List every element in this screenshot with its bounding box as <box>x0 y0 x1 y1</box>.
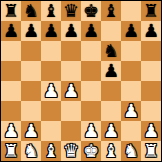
square-e5[interactable] <box>81 61 101 81</box>
square-b8[interactable]: ♞ <box>21 1 41 21</box>
white-pawn[interactable]: ♟ <box>63 81 79 101</box>
chess-board: ♜♞♝♛♚♝♜♟♟♟♟♟♟♟♞♟♟♟♟♟♟♟♟♟♜♞♝♛♚♝♞♜ <box>0 0 162 162</box>
square-b6[interactable] <box>21 41 41 61</box>
white-knight[interactable]: ♞ <box>123 141 139 161</box>
square-b4[interactable] <box>21 81 41 101</box>
square-c8[interactable]: ♝ <box>41 1 61 21</box>
square-a5[interactable] <box>1 61 21 81</box>
square-e1[interactable]: ♚ <box>81 141 101 161</box>
square-a8[interactable]: ♜ <box>1 1 21 21</box>
square-d7[interactable]: ♟ <box>61 21 81 41</box>
square-g4[interactable] <box>121 81 141 101</box>
square-e2[interactable]: ♟ <box>81 121 101 141</box>
square-d8[interactable]: ♛ <box>61 1 81 21</box>
square-e7[interactable]: ♟ <box>81 21 101 41</box>
black-rook[interactable]: ♜ <box>143 1 159 21</box>
black-pawn[interactable]: ♟ <box>3 21 19 41</box>
square-e6[interactable] <box>81 41 101 61</box>
square-e4[interactable] <box>81 81 101 101</box>
square-c7[interactable]: ♟ <box>41 21 61 41</box>
square-a2[interactable]: ♟ <box>1 121 21 141</box>
square-g2[interactable] <box>121 121 141 141</box>
square-g6[interactable] <box>121 41 141 61</box>
square-e3[interactable] <box>81 101 101 121</box>
black-knight[interactable]: ♞ <box>103 41 119 61</box>
square-f6[interactable]: ♞ <box>101 41 121 61</box>
black-queen[interactable]: ♛ <box>63 1 79 21</box>
square-h4[interactable] <box>141 81 161 101</box>
square-g1[interactable]: ♞ <box>121 141 141 161</box>
square-b3[interactable] <box>21 101 41 121</box>
black-bishop[interactable]: ♝ <box>43 1 59 21</box>
square-e8[interactable]: ♚ <box>81 1 101 21</box>
square-f1[interactable]: ♝ <box>101 141 121 161</box>
square-h8[interactable]: ♜ <box>141 1 161 21</box>
square-c3[interactable] <box>41 101 61 121</box>
square-c4[interactable]: ♟ <box>41 81 61 101</box>
square-g7[interactable]: ♟ <box>121 21 141 41</box>
white-pawn[interactable]: ♟ <box>103 121 119 141</box>
square-c6[interactable] <box>41 41 61 61</box>
square-a4[interactable] <box>1 81 21 101</box>
black-pawn[interactable]: ♟ <box>123 21 139 41</box>
square-a3[interactable] <box>1 101 21 121</box>
white-knight[interactable]: ♞ <box>23 141 39 161</box>
black-knight[interactable]: ♞ <box>23 1 39 21</box>
square-b5[interactable] <box>21 61 41 81</box>
white-pawn[interactable]: ♟ <box>3 121 19 141</box>
white-pawn[interactable]: ♟ <box>123 101 139 121</box>
square-d6[interactable] <box>61 41 81 61</box>
black-rook[interactable]: ♜ <box>3 1 19 21</box>
black-pawn[interactable]: ♟ <box>103 61 119 81</box>
square-h1[interactable]: ♜ <box>141 141 161 161</box>
black-king[interactable]: ♚ <box>83 1 99 21</box>
square-h7[interactable]: ♟ <box>141 21 161 41</box>
white-pawn[interactable]: ♟ <box>43 81 59 101</box>
square-g5[interactable] <box>121 61 141 81</box>
white-bishop[interactable]: ♝ <box>43 141 59 161</box>
square-f3[interactable] <box>101 101 121 121</box>
square-a1[interactable]: ♜ <box>1 141 21 161</box>
white-bishop[interactable]: ♝ <box>103 141 119 161</box>
square-b7[interactable]: ♟ <box>21 21 41 41</box>
square-b1[interactable]: ♞ <box>21 141 41 161</box>
square-c1[interactable]: ♝ <box>41 141 61 161</box>
white-pawn[interactable]: ♟ <box>143 121 159 141</box>
square-c5[interactable] <box>41 61 61 81</box>
square-a7[interactable]: ♟ <box>1 21 21 41</box>
square-b2[interactable]: ♟ <box>21 121 41 141</box>
square-a6[interactable] <box>1 41 21 61</box>
black-bishop[interactable]: ♝ <box>103 1 119 21</box>
white-pawn[interactable]: ♟ <box>23 121 39 141</box>
square-h5[interactable] <box>141 61 161 81</box>
square-f7[interactable] <box>101 21 121 41</box>
square-f8[interactable]: ♝ <box>101 1 121 21</box>
black-pawn[interactable]: ♟ <box>63 21 79 41</box>
square-f2[interactable]: ♟ <box>101 121 121 141</box>
square-c2[interactable] <box>41 121 61 141</box>
white-pawn[interactable]: ♟ <box>83 121 99 141</box>
black-pawn[interactable]: ♟ <box>83 21 99 41</box>
square-h3[interactable] <box>141 101 161 121</box>
square-h6[interactable] <box>141 41 161 61</box>
white-rook[interactable]: ♜ <box>3 141 19 161</box>
white-king[interactable]: ♚ <box>83 141 99 161</box>
square-d4[interactable]: ♟ <box>61 81 81 101</box>
square-g3[interactable]: ♟ <box>121 101 141 121</box>
black-pawn[interactable]: ♟ <box>43 21 59 41</box>
square-d1[interactable]: ♛ <box>61 141 81 161</box>
square-d2[interactable] <box>61 121 81 141</box>
square-g8[interactable] <box>121 1 141 21</box>
white-rook[interactable]: ♜ <box>143 141 159 161</box>
square-f5[interactable]: ♟ <box>101 61 121 81</box>
square-h2[interactable]: ♟ <box>141 121 161 141</box>
black-pawn[interactable]: ♟ <box>143 21 159 41</box>
square-f4[interactable] <box>101 81 121 101</box>
black-pawn[interactable]: ♟ <box>23 21 39 41</box>
white-queen[interactable]: ♛ <box>63 141 79 161</box>
square-d5[interactable] <box>61 61 81 81</box>
square-d3[interactable] <box>61 101 81 121</box>
